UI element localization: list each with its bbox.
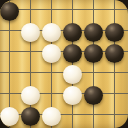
white-stone <box>21 23 40 42</box>
black-stone <box>63 44 82 63</box>
grid-line-horizontal <box>0 9 128 10</box>
black-stone <box>105 44 124 63</box>
black-stone <box>84 44 103 63</box>
black-stone <box>84 23 103 42</box>
go-board[interactable] <box>0 0 128 128</box>
black-stone <box>21 107 40 126</box>
white-stone <box>63 86 82 105</box>
white-stone <box>21 86 40 105</box>
black-stone <box>105 23 124 42</box>
white-stone <box>42 107 61 126</box>
white-stone <box>0 107 19 126</box>
go-app-icon[interactable] <box>0 0 128 128</box>
white-stone <box>42 44 61 63</box>
grid-line-horizontal <box>0 114 128 115</box>
grid-line-vertical <box>93 0 94 128</box>
grid-line-vertical <box>114 0 115 128</box>
white-stone <box>63 65 82 84</box>
black-stone <box>63 23 82 42</box>
black-stone <box>84 86 103 105</box>
black-stone <box>0 2 19 21</box>
white-stone <box>42 23 61 42</box>
grid-line-vertical <box>72 0 73 128</box>
